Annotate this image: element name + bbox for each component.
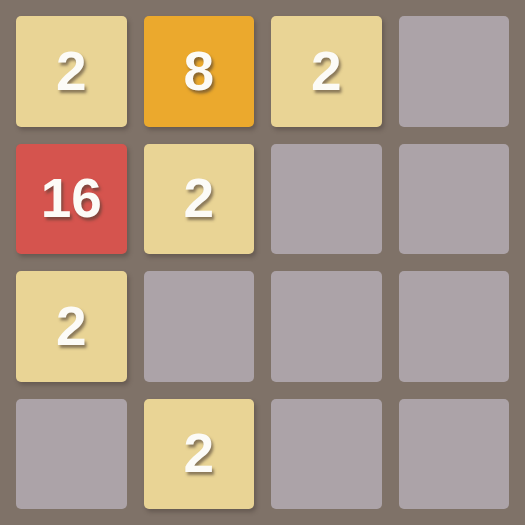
game-board-2048[interactable]: 28216222 bbox=[0, 0, 525, 525]
tile-2: 2 bbox=[144, 144, 255, 255]
tile-value: 16 bbox=[41, 171, 102, 226]
tile-8: 8 bbox=[144, 16, 255, 127]
tile-2: 2 bbox=[16, 271, 127, 382]
tile-2: 2 bbox=[271, 16, 382, 127]
tile-2: 2 bbox=[16, 16, 127, 127]
empty-cell bbox=[271, 144, 382, 255]
empty-cell bbox=[144, 271, 255, 382]
empty-cell bbox=[16, 399, 127, 510]
tile-16: 16 bbox=[16, 144, 127, 255]
tile-value: 2 bbox=[183, 426, 214, 481]
empty-cell bbox=[399, 271, 510, 382]
empty-cell bbox=[271, 271, 382, 382]
empty-cell bbox=[399, 144, 510, 255]
tile-value: 2 bbox=[311, 44, 342, 99]
empty-cell bbox=[271, 399, 382, 510]
tile-2: 2 bbox=[144, 399, 255, 510]
tile-value: 2 bbox=[56, 44, 87, 99]
tile-value: 2 bbox=[56, 299, 87, 354]
tile-value: 8 bbox=[183, 44, 214, 99]
empty-cell bbox=[399, 16, 510, 127]
tile-value: 2 bbox=[183, 171, 214, 226]
empty-cell bbox=[399, 399, 510, 510]
